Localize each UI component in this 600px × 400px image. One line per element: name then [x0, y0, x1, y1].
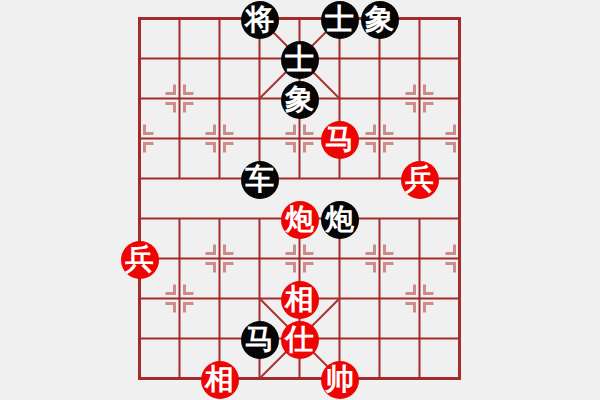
piece-red-elephant[interactable]: 相	[201, 361, 239, 399]
xiangqi-board[interactable]: 将士象士象马车兵炮炮兵相马仕相帅	[0, 0, 600, 400]
piece-red-horse[interactable]: 马	[321, 121, 359, 159]
piece-black-chariot[interactable]: 车	[241, 161, 279, 199]
piece-red-advisor[interactable]: 仕	[281, 321, 319, 359]
app-canvas: 将士象士象马车兵炮炮兵相马仕相帅	[0, 0, 600, 400]
piece-red-soldier[interactable]: 兵	[121, 241, 159, 279]
piece-red-elephant[interactable]: 相	[281, 281, 319, 319]
piece-red-cannon[interactable]: 炮	[281, 201, 319, 239]
piece-black-elephant[interactable]: 象	[281, 81, 319, 119]
piece-black-advisor[interactable]: 士	[281, 41, 319, 79]
piece-black-elephant[interactable]: 象	[361, 1, 399, 39]
piece-black-cannon[interactable]: 炮	[321, 201, 359, 239]
piece-black-horse[interactable]: 马	[241, 321, 279, 359]
piece-black-general[interactable]: 将	[241, 1, 279, 39]
piece-red-soldier[interactable]: 兵	[401, 161, 439, 199]
piece-black-advisor[interactable]: 士	[321, 1, 359, 39]
piece-red-general[interactable]: 帅	[321, 361, 359, 399]
